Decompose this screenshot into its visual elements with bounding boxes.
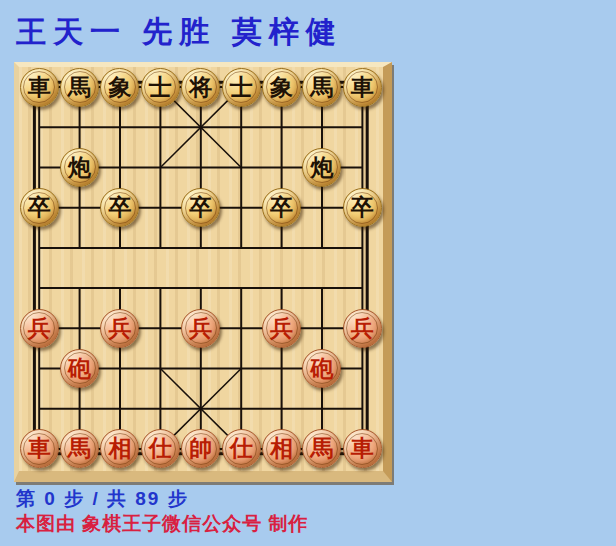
- piece-black-soldier[interactable]: 卒: [20, 188, 59, 227]
- piece-red-elephant[interactable]: 相: [262, 429, 301, 468]
- piece-black-advisor[interactable]: 士: [222, 68, 261, 107]
- piece-black-soldier[interactable]: 卒: [100, 188, 139, 227]
- piece-red-general[interactable]: 帥: [181, 429, 220, 468]
- piece-red-horse[interactable]: 馬: [60, 429, 99, 468]
- piece-black-elephant[interactable]: 象: [262, 68, 301, 107]
- piece-black-soldier[interactable]: 卒: [181, 188, 220, 227]
- piece-red-soldier[interactable]: 兵: [20, 309, 59, 348]
- piece-black-elephant[interactable]: 象: [100, 68, 139, 107]
- piece-red-cannon[interactable]: 砲: [302, 349, 341, 388]
- piece-black-horse[interactable]: 馬: [302, 68, 341, 107]
- piece-red-chariot[interactable]: 車: [343, 429, 382, 468]
- piece-black-general[interactable]: 将: [181, 68, 220, 107]
- piece-black-advisor[interactable]: 士: [141, 68, 180, 107]
- piece-black-horse[interactable]: 馬: [60, 68, 99, 107]
- page-title: 王天一 先胜 莫梓健: [16, 12, 343, 53]
- piece-red-soldier[interactable]: 兵: [262, 309, 301, 348]
- piece-red-chariot[interactable]: 車: [20, 429, 59, 468]
- piece-black-soldier[interactable]: 卒: [343, 188, 382, 227]
- piece-red-advisor[interactable]: 仕: [222, 429, 261, 468]
- piece-red-soldier[interactable]: 兵: [100, 309, 139, 348]
- piece-black-cannon[interactable]: 炮: [60, 148, 99, 187]
- piece-red-elephant[interactable]: 相: [100, 429, 139, 468]
- page-background: { "game": "xiangqi", "header": { "title"…: [0, 0, 616, 546]
- piece-red-soldier[interactable]: 兵: [181, 309, 220, 348]
- piece-black-soldier[interactable]: 卒: [262, 188, 301, 227]
- piece-black-cannon[interactable]: 炮: [302, 148, 341, 187]
- piece-red-cannon[interactable]: 砲: [60, 349, 99, 388]
- piece-red-advisor[interactable]: 仕: [141, 429, 180, 468]
- move-counter: 第 0 步 / 共 89 步: [16, 486, 189, 512]
- piece-red-soldier[interactable]: 兵: [343, 309, 382, 348]
- piece-black-chariot[interactable]: 車: [20, 68, 59, 107]
- piece-red-horse[interactable]: 馬: [302, 429, 341, 468]
- piece-black-chariot[interactable]: 車: [343, 68, 382, 107]
- pieces-layer: 車馬象士将士象馬車炮炮卒卒卒卒卒兵兵兵兵兵砲砲車馬相仕帥仕相馬車: [19, 67, 383, 469]
- xiangqi-board[interactable]: 車馬象士将士象馬車炮炮卒卒卒卒卒兵兵兵兵兵砲砲車馬相仕帥仕相馬車: [14, 62, 392, 482]
- credit-text: 本图由 象棋王子微信公众号 制作: [16, 511, 309, 537]
